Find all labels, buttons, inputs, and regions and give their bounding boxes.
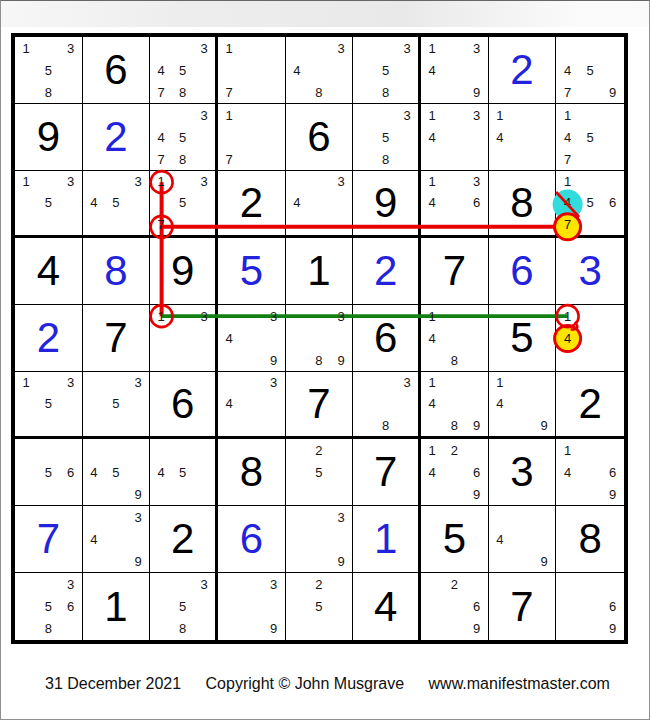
candidate-3: 3 xyxy=(67,578,74,591)
candidate-9: 9 xyxy=(270,622,277,635)
candidate-5: 5 xyxy=(382,131,389,144)
cell-r6c7[interactable]: 1489 xyxy=(421,372,489,439)
cell-r2c4[interactable]: 17 xyxy=(218,104,286,171)
cell-r4c8[interactable]: 6 xyxy=(489,238,557,305)
candidate-1: 1 xyxy=(428,310,435,323)
cell-r2c1[interactable]: 9 xyxy=(15,104,83,171)
candidate-6: 6 xyxy=(67,466,74,479)
candidate-8: 8 xyxy=(315,354,322,367)
cell-r6c5[interactable]: 7 xyxy=(286,372,354,439)
candidate-5: 5 xyxy=(587,196,594,209)
candidate-5: 5 xyxy=(45,64,52,77)
given-digit: 7 xyxy=(510,586,533,628)
candidate-1: 1 xyxy=(564,175,571,188)
cell-r1c4[interactable]: 17 xyxy=(218,37,286,104)
candidate-2: 2 xyxy=(315,444,322,457)
candidate-7: 7 xyxy=(157,153,164,166)
candidate-1: 1 xyxy=(428,444,435,457)
candidate-3: 3 xyxy=(473,109,480,122)
cell-r5c6[interactable]: 6 xyxy=(353,305,421,372)
cell-r6c6[interactable]: 38 xyxy=(353,372,421,439)
given-digit: 6 xyxy=(374,317,397,359)
cell-r9c1[interactable]: 3568 xyxy=(15,573,83,640)
candidate-4: 4 xyxy=(428,332,435,345)
candidate-8: 8 xyxy=(45,622,52,635)
given-digit: 6 xyxy=(307,116,330,158)
candidate-2: 2 xyxy=(451,444,458,457)
cell-r8c2[interactable]: 349 xyxy=(83,506,151,573)
cell-r2c7[interactable]: 134 xyxy=(421,104,489,171)
candidate-4: 4 xyxy=(157,64,164,77)
cell-r3c4[interactable]: 2 xyxy=(218,171,286,238)
cell-r2c3[interactable]: 34578 xyxy=(150,104,218,171)
candidate-1: 1 xyxy=(428,109,435,122)
cell-r5c2[interactable]: 7 xyxy=(83,305,151,372)
candidate-9: 9 xyxy=(473,86,480,99)
candidate-5: 5 xyxy=(315,466,322,479)
candidate-4: 4 xyxy=(293,196,300,209)
cell-r8c9[interactable]: 8 xyxy=(556,506,624,573)
given-digit: 6 xyxy=(104,49,127,91)
candidate-3: 3 xyxy=(201,175,208,188)
candidate-5: 5 xyxy=(382,64,389,77)
candidate-1: 1 xyxy=(428,175,435,188)
cell-r7c9[interactable]: 1469 xyxy=(556,439,624,506)
candidate-3: 3 xyxy=(270,310,277,323)
candidate-1: 1 xyxy=(564,310,571,323)
cell-r4c7[interactable]: 7 xyxy=(421,238,489,305)
candidate-4: 4 xyxy=(428,466,435,479)
candidate-4: 4 xyxy=(496,131,503,144)
footer-website[interactable]: www.manifestmaster.com xyxy=(429,675,610,692)
given-digit: 7 xyxy=(443,250,466,292)
candidate-4: 4 xyxy=(90,533,97,546)
given-digit: 9 xyxy=(374,182,397,224)
candidate-1: 1 xyxy=(564,109,571,122)
candidate-4: 4 xyxy=(428,397,435,410)
candidate-3: 3 xyxy=(201,578,208,591)
candidate-3: 3 xyxy=(201,310,208,323)
candidate-4: 4 xyxy=(564,332,571,345)
candidate-3: 3 xyxy=(404,42,411,55)
candidate-5: 5 xyxy=(587,131,594,144)
candidate-5: 5 xyxy=(45,397,52,410)
cell-r4c4[interactable]: 5 xyxy=(218,238,286,305)
candidate-3: 3 xyxy=(67,42,74,55)
cell-r6c1[interactable]: 135 xyxy=(15,372,83,439)
cell-r3c3[interactable]: 1357 xyxy=(150,171,218,238)
cell-r2c5[interactable]: 6 xyxy=(286,104,354,171)
cell-r8c5[interactable]: 39 xyxy=(286,506,354,573)
given-digit: 5 xyxy=(510,317,533,359)
candidate-3: 3 xyxy=(338,42,345,55)
candidate-9: 9 xyxy=(609,86,616,99)
candidate-8: 8 xyxy=(179,86,186,99)
candidate-9: 9 xyxy=(541,419,548,432)
candidate-4: 4 xyxy=(90,196,97,209)
solved-digit: 8 xyxy=(104,250,127,292)
candidate-9: 9 xyxy=(609,622,616,635)
given-digit: 7 xyxy=(374,451,397,493)
cell-r7c3[interactable]: 45 xyxy=(150,439,218,506)
cell-r5c9[interactable]: 14 xyxy=(556,305,624,372)
candidate-5: 5 xyxy=(112,466,119,479)
candidate-8: 8 xyxy=(45,86,52,99)
candidate-3: 3 xyxy=(67,175,74,188)
candidate-6: 6 xyxy=(609,600,616,613)
candidate-5: 5 xyxy=(179,64,186,77)
cell-r5c3[interactable]: 13 xyxy=(150,305,218,372)
cell-r1c8[interactable]: 2 xyxy=(489,37,557,104)
candidate-6: 6 xyxy=(609,466,616,479)
cell-r6c3[interactable]: 6 xyxy=(150,372,218,439)
candidate-7: 7 xyxy=(225,153,232,166)
given-digit: 5 xyxy=(443,518,466,560)
cell-r3c2[interactable]: 345 xyxy=(83,171,151,238)
cell-r5c5[interactable]: 389 xyxy=(286,305,354,372)
cell-r8c1[interactable]: 7 xyxy=(15,506,83,573)
solved-digit: 2 xyxy=(37,317,60,359)
candidate-3: 3 xyxy=(135,511,142,524)
cell-r4c2[interactable]: 8 xyxy=(83,238,151,305)
candidate-7: 7 xyxy=(564,218,571,231)
cell-r4c1[interactable]: 4 xyxy=(15,238,83,305)
candidate-4: 4 xyxy=(293,64,300,77)
candidate-1: 1 xyxy=(22,42,29,55)
given-digit: 2 xyxy=(171,518,194,560)
candidate-4: 4 xyxy=(225,397,232,410)
candidate-7: 7 xyxy=(564,153,571,166)
footer-date: 31 December 2021 xyxy=(45,675,181,692)
cell-r9c6[interactable]: 4 xyxy=(353,573,421,640)
candidate-5: 5 xyxy=(45,600,52,613)
candidate-4: 4 xyxy=(564,64,571,77)
cell-r9c5[interactable]: 25 xyxy=(286,573,354,640)
candidate-4: 4 xyxy=(564,131,571,144)
candidate-9: 9 xyxy=(541,555,548,568)
candidate-8: 8 xyxy=(382,153,389,166)
candidate-6: 6 xyxy=(67,600,74,613)
solved-digit: 3 xyxy=(578,250,601,292)
candidate-7: 7 xyxy=(157,218,164,231)
candidate-4: 4 xyxy=(225,332,232,345)
candidate-3: 3 xyxy=(338,511,345,524)
candidate-7: 7 xyxy=(225,86,232,99)
candidate-8: 8 xyxy=(179,153,186,166)
window-top-strip xyxy=(1,1,649,27)
cell-r2c9[interactable]: 1457 xyxy=(556,104,624,171)
cell-r6c2[interactable]: 35 xyxy=(83,372,151,439)
candidate-5: 5 xyxy=(587,64,594,77)
candidate-5: 5 xyxy=(45,466,52,479)
candidate-4: 4 xyxy=(496,397,503,410)
candidate-8: 8 xyxy=(382,419,389,432)
cell-r9c4[interactable]: 39 xyxy=(218,573,286,640)
candidate-3: 3 xyxy=(473,175,480,188)
candidate-9: 9 xyxy=(473,488,480,501)
cell-r4c3[interactable]: 9 xyxy=(150,238,218,305)
cell-r7c6[interactable]: 7 xyxy=(353,439,421,506)
solved-digit: 6 xyxy=(240,518,263,560)
cell-r7c1[interactable]: 56 xyxy=(15,439,83,506)
candidate-6: 6 xyxy=(473,466,480,479)
candidate-1: 1 xyxy=(496,109,503,122)
candidate-4: 4 xyxy=(564,466,571,479)
cell-grid: 1358634578173483581349245799234578176358… xyxy=(15,37,624,640)
candidate-1: 1 xyxy=(157,310,164,323)
sudoku-board: 1358634578173483581349245799234578176358… xyxy=(11,33,628,644)
cell-r7c8[interactable]: 3 xyxy=(489,439,557,506)
candidate-1: 1 xyxy=(157,175,164,188)
cell-r6c8[interactable]: 149 xyxy=(489,372,557,439)
candidate-5: 5 xyxy=(179,131,186,144)
cell-r9c2[interactable]: 1 xyxy=(83,573,151,640)
given-digit: 9 xyxy=(171,250,194,292)
cell-r7c5[interactable]: 25 xyxy=(286,439,354,506)
cell-r8c3[interactable]: 2 xyxy=(150,506,218,573)
candidate-3: 3 xyxy=(404,109,411,122)
candidate-4: 4 xyxy=(157,466,164,479)
candidate-9: 9 xyxy=(473,622,480,635)
cell-r4c5[interactable]: 1 xyxy=(286,238,354,305)
candidate-9: 9 xyxy=(338,555,345,568)
candidate-3: 3 xyxy=(473,42,480,55)
candidate-1: 1 xyxy=(564,444,571,457)
candidate-3: 3 xyxy=(135,175,142,188)
cell-r9c9[interactable]: 69 xyxy=(556,573,624,640)
solved-digit: 7 xyxy=(37,518,60,560)
cell-r3c9[interactable]: 14567 xyxy=(556,171,624,238)
cell-r3c8[interactable]: 8 xyxy=(489,171,557,238)
footer: 31 December 2021 Copyright © John Musgra… xyxy=(45,675,630,693)
cell-r7c2[interactable]: 459 xyxy=(83,439,151,506)
cell-r9c7[interactable]: 269 xyxy=(421,573,489,640)
candidate-9: 9 xyxy=(135,555,142,568)
candidate-5: 5 xyxy=(45,196,52,209)
given-digit: 9 xyxy=(37,116,60,158)
given-digit: 8 xyxy=(578,518,601,560)
candidate-4: 4 xyxy=(90,466,97,479)
given-digit: 1 xyxy=(104,586,127,628)
solved-digit: 1 xyxy=(374,518,397,560)
cell-r1c1[interactable]: 1358 xyxy=(15,37,83,104)
candidate-5: 5 xyxy=(179,600,186,613)
solved-digit: 6 xyxy=(510,250,533,292)
candidate-6: 6 xyxy=(473,600,480,613)
cell-r1c3[interactable]: 34578 xyxy=(150,37,218,104)
cell-r3c5[interactable]: 34 xyxy=(286,171,354,238)
candidate-4: 4 xyxy=(428,131,435,144)
candidate-2: 2 xyxy=(451,578,458,591)
cell-r8c4[interactable]: 6 xyxy=(218,506,286,573)
candidate-1: 1 xyxy=(225,109,232,122)
candidate-3: 3 xyxy=(338,175,345,188)
candidate-3: 3 xyxy=(270,376,277,389)
cell-r2c2[interactable]: 2 xyxy=(83,104,151,171)
given-digit: 2 xyxy=(240,182,263,224)
candidate-5: 5 xyxy=(112,196,119,209)
candidate-7: 7 xyxy=(564,86,571,99)
cell-r3c7[interactable]: 1346 xyxy=(421,171,489,238)
cell-r3c1[interactable]: 135 xyxy=(15,171,83,238)
candidate-9: 9 xyxy=(338,354,345,367)
candidate-3: 3 xyxy=(201,42,208,55)
cell-r6c4[interactable]: 34 xyxy=(218,372,286,439)
cell-r9c3[interactable]: 358 xyxy=(150,573,218,640)
candidate-9: 9 xyxy=(473,419,480,432)
cell-r5c8[interactable]: 5 xyxy=(489,305,557,372)
cell-r7c4[interactable]: 8 xyxy=(218,439,286,506)
candidate-4: 4 xyxy=(157,131,164,144)
cell-r7c7[interactable]: 12469 xyxy=(421,439,489,506)
given-digit: 2 xyxy=(578,383,601,425)
candidate-1: 1 xyxy=(22,175,29,188)
candidate-1: 1 xyxy=(22,376,29,389)
candidate-7: 7 xyxy=(157,86,164,99)
candidate-5: 5 xyxy=(179,466,186,479)
cell-r1c9[interactable]: 4579 xyxy=(556,37,624,104)
given-digit: 7 xyxy=(104,317,127,359)
candidate-5: 5 xyxy=(179,196,186,209)
candidate-3: 3 xyxy=(67,376,74,389)
candidate-5: 5 xyxy=(112,397,119,410)
cell-r2c8[interactable]: 14 xyxy=(489,104,557,171)
candidate-2: 2 xyxy=(315,578,322,591)
candidate-4: 4 xyxy=(564,196,571,209)
candidate-4: 4 xyxy=(428,64,435,77)
cell-r4c9[interactable]: 3 xyxy=(556,238,624,305)
given-digit: 4 xyxy=(374,586,397,628)
cell-r1c6[interactable]: 358 xyxy=(353,37,421,104)
candidate-9: 9 xyxy=(135,488,142,501)
candidate-8: 8 xyxy=(451,419,458,432)
candidate-8: 8 xyxy=(382,86,389,99)
candidate-5: 5 xyxy=(315,600,322,613)
candidate-3: 3 xyxy=(338,310,345,323)
candidate-6: 6 xyxy=(609,196,616,209)
candidate-4: 4 xyxy=(428,196,435,209)
cell-r1c5[interactable]: 348 xyxy=(286,37,354,104)
given-digit: 7 xyxy=(307,383,330,425)
given-digit: 3 xyxy=(510,451,533,493)
cell-r8c7[interactable]: 5 xyxy=(421,506,489,573)
cell-r9c8[interactable]: 7 xyxy=(489,573,557,640)
candidate-3: 3 xyxy=(135,376,142,389)
cell-r8c8[interactable]: 49 xyxy=(489,506,557,573)
candidate-6: 6 xyxy=(473,196,480,209)
given-digit: 4 xyxy=(37,250,60,292)
cell-r2c6[interactable]: 358 xyxy=(353,104,421,171)
candidate-3: 3 xyxy=(404,376,411,389)
solved-digit: 2 xyxy=(374,250,397,292)
solved-digit: 5 xyxy=(240,250,263,292)
cell-r1c7[interactable]: 1349 xyxy=(421,37,489,104)
cell-r4c6[interactable]: 2 xyxy=(353,238,421,305)
candidate-8: 8 xyxy=(451,354,458,367)
candidate-3: 3 xyxy=(201,109,208,122)
candidate-1: 1 xyxy=(428,42,435,55)
cell-r5c1[interactable]: 2 xyxy=(15,305,83,372)
candidate-8: 8 xyxy=(179,622,186,635)
candidate-4: 4 xyxy=(496,533,503,546)
cell-r8c6[interactable]: 1 xyxy=(353,506,421,573)
candidate-1: 1 xyxy=(225,42,232,55)
cell-r5c4[interactable]: 349 xyxy=(218,305,286,372)
page: 1358634578173483581349245799234578176358… xyxy=(0,0,650,720)
candidate-1: 1 xyxy=(496,376,503,389)
cell-r6c9[interactable]: 2 xyxy=(556,372,624,439)
given-digit: 8 xyxy=(510,182,533,224)
given-digit: 8 xyxy=(240,451,263,493)
candidate-8: 8 xyxy=(315,86,322,99)
cell-r1c2[interactable]: 6 xyxy=(83,37,151,104)
solved-digit: 2 xyxy=(510,49,533,91)
candidate-1: 1 xyxy=(428,376,435,389)
candidate-9: 9 xyxy=(270,354,277,367)
candidate-9: 9 xyxy=(609,488,616,501)
footer-copyright: Copyright © John Musgrave xyxy=(206,675,405,692)
solved-digit: 2 xyxy=(104,116,127,158)
cell-r5c7[interactable]: 148 xyxy=(421,305,489,372)
given-digit: 6 xyxy=(171,383,194,425)
cell-r3c6[interactable]: 9 xyxy=(353,171,421,238)
given-digit: 1 xyxy=(307,250,330,292)
candidate-3: 3 xyxy=(270,578,277,591)
